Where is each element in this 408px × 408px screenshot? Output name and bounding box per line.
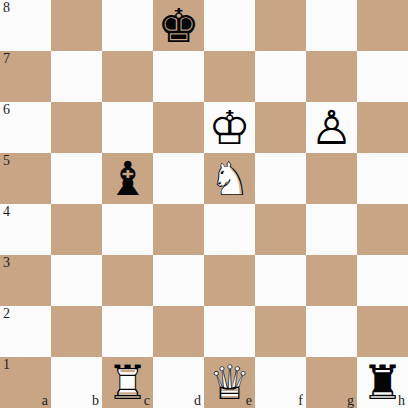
square-f1[interactable]: f — [255, 357, 306, 408]
square-a3[interactable]: 3 — [0, 255, 51, 306]
white-queen-icon: ♕ — [208, 357, 250, 408]
rank-label-4: 4 — [3, 204, 10, 220]
square-d6[interactable] — [153, 102, 204, 153]
square-c6[interactable] — [102, 102, 153, 153]
square-e1[interactable]: e♛♕ — [204, 357, 255, 408]
square-e2[interactable] — [204, 306, 255, 357]
piece-white-pawn[interactable]: ♟♙ — [306, 102, 357, 153]
square-g3[interactable] — [306, 255, 357, 306]
black-rook-icon: ♜ — [361, 357, 403, 408]
file-label-f: f — [298, 393, 303, 408]
square-c1[interactable]: c♜♖ — [102, 357, 153, 408]
white-knight-icon: ♘ — [208, 153, 250, 204]
square-b5[interactable] — [51, 153, 102, 204]
piece-black-bishop[interactable]: ♝ — [102, 153, 153, 204]
rank-label-5: 5 — [3, 153, 10, 169]
square-b2[interactable] — [51, 306, 102, 357]
square-b6[interactable] — [51, 102, 102, 153]
piece-white-queen[interactable]: ♛♕ — [204, 357, 255, 408]
square-f6[interactable] — [255, 102, 306, 153]
rank-label-6: 6 — [3, 102, 10, 118]
black-king-icon: ♚ — [157, 0, 199, 51]
white-king-icon: ♔ — [208, 102, 250, 153]
square-g7[interactable] — [306, 51, 357, 102]
white-pawn-icon: ♙ — [310, 102, 352, 153]
square-f4[interactable] — [255, 204, 306, 255]
rank-label-7: 7 — [3, 51, 10, 67]
square-b7[interactable] — [51, 51, 102, 102]
square-a2[interactable]: 2 — [0, 306, 51, 357]
square-a1[interactable]: 1a — [0, 357, 51, 408]
square-e6[interactable]: ♚♔ — [204, 102, 255, 153]
square-c7[interactable] — [102, 51, 153, 102]
piece-white-king[interactable]: ♚♔ — [204, 102, 255, 153]
square-f8[interactable] — [255, 0, 306, 51]
square-g5[interactable] — [306, 153, 357, 204]
square-f7[interactable] — [255, 51, 306, 102]
square-b8[interactable] — [51, 0, 102, 51]
piece-black-king[interactable]: ♚ — [153, 0, 204, 51]
rank-label-3: 3 — [3, 255, 10, 271]
square-d8[interactable]: ♚ — [153, 0, 204, 51]
square-e8[interactable] — [204, 0, 255, 51]
square-e7[interactable] — [204, 51, 255, 102]
file-label-d: d — [194, 393, 201, 408]
file-label-b: b — [92, 393, 99, 408]
square-h8[interactable] — [357, 0, 408, 51]
square-c5[interactable]: ♝ — [102, 153, 153, 204]
square-h2[interactable] — [357, 306, 408, 357]
square-h7[interactable] — [357, 51, 408, 102]
piece-white-rook[interactable]: ♜♖ — [102, 357, 153, 408]
square-b4[interactable] — [51, 204, 102, 255]
square-b3[interactable] — [51, 255, 102, 306]
square-a8[interactable]: 8 — [0, 0, 51, 51]
square-d5[interactable] — [153, 153, 204, 204]
rank-label-8: 8 — [3, 0, 10, 16]
piece-black-rook[interactable]: ♜ — [357, 357, 408, 408]
chess-board: 8♚76♚♔♟♙5♝♞♘4321abc♜♖de♛♕fgh♜ — [0, 0, 408, 408]
rank-label-1: 1 — [3, 357, 10, 373]
square-c3[interactable] — [102, 255, 153, 306]
square-d4[interactable] — [153, 204, 204, 255]
piece-white-knight[interactable]: ♞♘ — [204, 153, 255, 204]
square-g1[interactable]: g — [306, 357, 357, 408]
square-g8[interactable] — [306, 0, 357, 51]
square-d1[interactable]: d — [153, 357, 204, 408]
square-h6[interactable] — [357, 102, 408, 153]
square-a6[interactable]: 6 — [0, 102, 51, 153]
square-h4[interactable] — [357, 204, 408, 255]
square-g2[interactable] — [306, 306, 357, 357]
square-b1[interactable]: b — [51, 357, 102, 408]
square-g6[interactable]: ♟♙ — [306, 102, 357, 153]
square-c8[interactable] — [102, 0, 153, 51]
square-f3[interactable] — [255, 255, 306, 306]
square-f5[interactable] — [255, 153, 306, 204]
square-e4[interactable] — [204, 204, 255, 255]
square-f2[interactable] — [255, 306, 306, 357]
rank-label-2: 2 — [3, 306, 10, 322]
square-c4[interactable] — [102, 204, 153, 255]
square-a5[interactable]: 5 — [0, 153, 51, 204]
square-e5[interactable]: ♞♘ — [204, 153, 255, 204]
black-bishop-icon: ♝ — [106, 153, 148, 204]
square-d7[interactable] — [153, 51, 204, 102]
square-d3[interactable] — [153, 255, 204, 306]
square-g4[interactable] — [306, 204, 357, 255]
file-label-a: a — [42, 393, 48, 408]
square-a7[interactable]: 7 — [0, 51, 51, 102]
file-label-g: g — [347, 393, 354, 408]
white-rook-icon: ♖ — [106, 357, 148, 408]
square-a4[interactable]: 4 — [0, 204, 51, 255]
square-h5[interactable] — [357, 153, 408, 204]
square-c2[interactable] — [102, 306, 153, 357]
square-h1[interactable]: h♜ — [357, 357, 408, 408]
square-e3[interactable] — [204, 255, 255, 306]
square-h3[interactable] — [357, 255, 408, 306]
square-d2[interactable] — [153, 306, 204, 357]
